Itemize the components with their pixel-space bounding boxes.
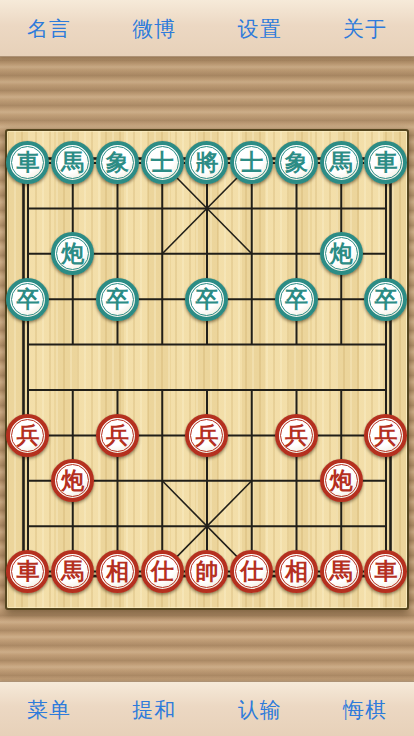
toolbar-button-menu[interactable]: 菜单: [27, 699, 71, 720]
bottom-toolbar: 菜单 提和 认输 悔棋: [0, 681, 414, 736]
toolbar-button-quotes[interactable]: 名言: [27, 18, 71, 39]
piece-glyph: 兵: [16, 423, 39, 446]
piece-glyph: 車: [374, 151, 397, 174]
piece-red-general[interactable]: 帥: [185, 550, 228, 593]
piece-glyph: 士: [240, 151, 263, 174]
piece-glyph: 炮: [61, 242, 84, 265]
piece-red-elephant[interactable]: 相: [275, 550, 318, 593]
piece-glyph: 卒: [195, 287, 218, 310]
piece-glyph: 相: [106, 560, 129, 583]
toolbar-button-about[interactable]: 关于: [343, 18, 387, 39]
piece-red-horse[interactable]: 馬: [320, 550, 363, 593]
piece-black-chariot[interactable]: 車: [364, 141, 407, 184]
piece-glyph: 炮: [330, 242, 353, 265]
piece-glyph: 象: [106, 151, 129, 174]
piece-black-chariot[interactable]: 車: [6, 141, 49, 184]
toolbar-button-resign[interactable]: 认输: [238, 699, 282, 720]
piece-red-elephant[interactable]: 相: [96, 550, 139, 593]
piece-glyph: 士: [151, 151, 174, 174]
piece-black-general[interactable]: 將: [185, 141, 228, 184]
piece-glyph: 馬: [61, 560, 84, 583]
piece-glyph: 炮: [330, 469, 353, 492]
piece-glyph: 卒: [106, 287, 129, 310]
piece-glyph: 仕: [151, 560, 174, 583]
piece-glyph: 帥: [195, 560, 218, 583]
piece-glyph: 馬: [330, 151, 353, 174]
xiangqi-board[interactable]: 車馬象士將士象馬車炮炮卒卒卒卒卒兵兵兵兵兵炮炮車馬相仕帥仕相馬車: [5, 129, 409, 610]
piece-black-advisor[interactable]: 士: [141, 141, 184, 184]
piece-red-soldier[interactable]: 兵: [96, 414, 139, 457]
piece-red-cannon[interactable]: 炮: [320, 459, 363, 502]
piece-red-soldier[interactable]: 兵: [185, 414, 228, 457]
piece-red-soldier[interactable]: 兵: [6, 414, 49, 457]
piece-glyph: 卒: [16, 287, 39, 310]
piece-black-soldier[interactable]: 卒: [364, 278, 407, 321]
piece-red-chariot[interactable]: 車: [6, 550, 49, 593]
piece-glyph: 仕: [240, 560, 263, 583]
piece-red-cannon[interactable]: 炮: [51, 459, 94, 502]
piece-layer: 車馬象士將士象馬車炮炮卒卒卒卒卒兵兵兵兵兵炮炮車馬相仕帥仕相馬車: [6, 140, 409, 594]
piece-black-soldier[interactable]: 卒: [185, 278, 228, 321]
piece-glyph: 馬: [61, 151, 84, 174]
piece-glyph: 將: [195, 151, 218, 174]
piece-glyph: 兵: [285, 423, 308, 446]
piece-black-cannon[interactable]: 炮: [320, 232, 363, 275]
piece-glyph: 車: [16, 560, 39, 583]
piece-red-soldier[interactable]: 兵: [364, 414, 407, 457]
piece-red-chariot[interactable]: 車: [364, 550, 407, 593]
piece-black-horse[interactable]: 馬: [51, 141, 94, 184]
piece-glyph: 車: [16, 151, 39, 174]
piece-glyph: 兵: [195, 423, 218, 446]
piece-black-soldier[interactable]: 卒: [6, 278, 49, 321]
toolbar-button-undo[interactable]: 悔棋: [343, 699, 387, 720]
piece-glyph: 車: [374, 560, 397, 583]
toolbar-button-settings[interactable]: 设置: [238, 18, 282, 39]
top-toolbar: 名言 微博 设置 关于: [0, 0, 414, 57]
piece-glyph: 卒: [285, 287, 308, 310]
xiangqi-app: 名言 微博 设置 关于 車馬象士將士象馬車炮炮卒卒卒卒卒兵兵兵兵兵炮炮車馬相仕帥…: [0, 0, 414, 736]
piece-glyph: 兵: [374, 423, 397, 446]
piece-red-advisor[interactable]: 仕: [141, 550, 184, 593]
piece-black-elephant[interactable]: 象: [96, 141, 139, 184]
piece-glyph: 卒: [374, 287, 397, 310]
piece-red-soldier[interactable]: 兵: [275, 414, 318, 457]
piece-glyph: 象: [285, 151, 308, 174]
piece-black-cannon[interactable]: 炮: [51, 232, 94, 275]
piece-black-horse[interactable]: 馬: [320, 141, 363, 184]
piece-black-advisor[interactable]: 士: [230, 141, 273, 184]
piece-glyph: 相: [285, 560, 308, 583]
piece-black-soldier[interactable]: 卒: [275, 278, 318, 321]
piece-red-advisor[interactable]: 仕: [230, 550, 273, 593]
piece-glyph: 兵: [106, 423, 129, 446]
piece-glyph: 炮: [61, 469, 84, 492]
piece-red-horse[interactable]: 馬: [51, 550, 94, 593]
toolbar-button-draw[interactable]: 提和: [132, 699, 176, 720]
toolbar-button-weibo[interactable]: 微博: [132, 18, 176, 39]
piece-black-elephant[interactable]: 象: [275, 141, 318, 184]
piece-glyph: 馬: [330, 560, 353, 583]
piece-black-soldier[interactable]: 卒: [96, 278, 139, 321]
